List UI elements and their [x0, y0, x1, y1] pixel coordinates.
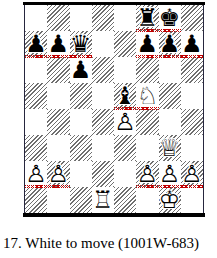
square-e3[interactable] — [114, 135, 136, 161]
square-f8[interactable]: ♜ — [136, 5, 158, 31]
square-c6[interactable]: ♟ — [70, 57, 92, 83]
black-pawn: ♟ — [159, 31, 181, 57]
square-b6[interactable] — [47, 57, 69, 83]
square-b2[interactable]: ♟♙ — [47, 161, 69, 187]
black-bishop: ♝ — [114, 83, 136, 109]
square-c3[interactable] — [70, 135, 92, 161]
square-a7[interactable]: ♟ — [25, 31, 47, 57]
square-d7[interactable] — [92, 31, 114, 57]
square-d5[interactable] — [92, 83, 114, 109]
square-a1[interactable] — [25, 187, 47, 213]
square-e6[interactable] — [114, 57, 136, 83]
diagram-caption: 17. White to move (1001W-683) — [3, 233, 217, 255]
square-b8[interactable] — [47, 5, 69, 31]
square-a8[interactable] — [25, 5, 47, 31]
square-f1[interactable] — [136, 187, 158, 213]
spellcheck-squiggle — [136, 29, 181, 32]
black-pawn: ♟ — [136, 31, 158, 57]
square-e7[interactable] — [114, 31, 136, 57]
square-h4[interactable] — [181, 109, 203, 135]
square-a6[interactable] — [25, 57, 47, 83]
black-pawn: ♟ — [181, 31, 203, 57]
white-rook: ♜♖ — [92, 187, 114, 213]
square-g8[interactable]: ♚ — [159, 5, 181, 31]
white-queen: ♛♕ — [159, 135, 181, 161]
square-c7[interactable]: ♛ — [70, 31, 92, 57]
black-pawn: ♟ — [25, 31, 47, 57]
white-pawn: ♟♙ — [136, 161, 158, 187]
white-pawn: ♟♙ — [181, 161, 203, 187]
white-pawn: ♟♙ — [159, 161, 181, 187]
square-a3[interactable] — [25, 135, 47, 161]
square-g5[interactable] — [159, 83, 181, 109]
square-f2[interactable]: ♟♙ — [136, 161, 158, 187]
square-g7[interactable]: ♟ — [159, 31, 181, 57]
black-pawn: ♟ — [47, 31, 69, 57]
spellcheck-squiggle — [136, 55, 203, 58]
square-a5[interactable] — [25, 83, 47, 109]
square-h6[interactable] — [181, 57, 203, 83]
chess-board: ♜♚♟♟♛♟♟♟♟♝♞♘♟♙♛♕♟♙♟♙♟♙♟♙♟♙♜♖♚♔ — [24, 5, 204, 213]
square-f4[interactable] — [136, 109, 158, 135]
black-rook: ♜ — [136, 5, 158, 31]
square-d3[interactable] — [92, 135, 114, 161]
square-b3[interactable] — [47, 135, 69, 161]
square-b1[interactable] — [47, 187, 69, 213]
spellcheck-squiggle — [25, 55, 92, 58]
square-g3[interactable]: ♛♕ — [159, 135, 181, 161]
square-b7[interactable]: ♟ — [47, 31, 69, 57]
square-h5[interactable] — [181, 83, 203, 109]
board-bottom-border — [23, 213, 205, 217]
square-f5[interactable]: ♞♘ — [136, 83, 158, 109]
black-pawn: ♟ — [70, 57, 92, 83]
square-a4[interactable] — [25, 109, 47, 135]
spellcheck-squiggle — [136, 185, 203, 188]
square-g1[interactable]: ♚♔ — [159, 187, 181, 213]
square-e1[interactable] — [114, 187, 136, 213]
square-a2[interactable]: ♟♙ — [25, 161, 47, 187]
square-h7[interactable]: ♟ — [181, 31, 203, 57]
white-pawn: ♟♙ — [114, 109, 136, 135]
square-d4[interactable] — [92, 109, 114, 135]
diagram-page: ♜♚♟♟♛♟♟♟♟♝♞♘♟♙♛♕♟♙♟♙♟♙♟♙♟♙♜♖♚♔ 17. White… — [0, 0, 217, 258]
square-h2[interactable]: ♟♙ — [181, 161, 203, 187]
square-c2[interactable] — [70, 161, 92, 187]
square-d2[interactable] — [92, 161, 114, 187]
black-queen: ♛ — [70, 31, 92, 57]
square-c8[interactable] — [70, 5, 92, 31]
square-e4[interactable]: ♟♙ — [114, 109, 136, 135]
square-f3[interactable] — [136, 135, 158, 161]
square-g6[interactable] — [159, 57, 181, 83]
square-h3[interactable] — [181, 135, 203, 161]
spellcheck-squiggle — [25, 185, 70, 188]
square-e8[interactable] — [114, 5, 136, 31]
square-b4[interactable] — [47, 109, 69, 135]
square-d6[interactable] — [92, 57, 114, 83]
white-king: ♚♔ — [159, 187, 181, 213]
square-c4[interactable] — [70, 109, 92, 135]
square-c1[interactable] — [70, 187, 92, 213]
white-knight: ♞♘ — [136, 83, 158, 109]
square-e2[interactable] — [114, 161, 136, 187]
square-f6[interactable] — [136, 57, 158, 83]
square-d1[interactable]: ♜♖ — [92, 187, 114, 213]
square-d8[interactable] — [92, 5, 114, 31]
square-e5[interactable]: ♝ — [114, 83, 136, 109]
black-king: ♚ — [159, 5, 181, 31]
square-g2[interactable]: ♟♙ — [159, 161, 181, 187]
square-h8[interactable] — [181, 5, 203, 31]
square-g4[interactable] — [159, 109, 181, 135]
square-f7[interactable]: ♟ — [136, 31, 158, 57]
square-c5[interactable] — [70, 83, 92, 109]
square-b5[interactable] — [47, 83, 69, 109]
spellcheck-squiggle — [114, 107, 159, 110]
white-pawn: ♟♙ — [25, 161, 47, 187]
square-h1[interactable] — [181, 187, 203, 213]
white-pawn: ♟♙ — [47, 161, 69, 187]
